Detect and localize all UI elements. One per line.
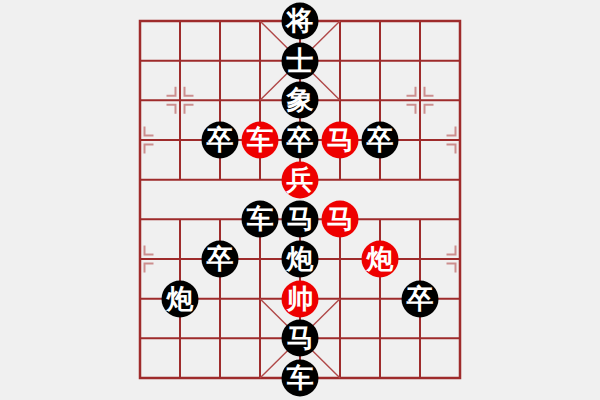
piece-black-general[interactable]: 将 (282, 3, 319, 40)
piece-black-chariot[interactable]: 车 (282, 360, 319, 397)
pieces-layer: 将士象卒车卒马卒兵车马马卒炮炮炮帅卒马车 (0, 0, 600, 400)
piece-black-advisor[interactable]: 士 (282, 42, 319, 79)
piece-black-cannon[interactable]: 炮 (282, 241, 319, 278)
piece-black-chariot[interactable]: 车 (242, 201, 279, 238)
piece-black-horse[interactable]: 马 (282, 320, 319, 357)
piece-red-horse[interactable]: 马 (322, 201, 359, 238)
xiangqi-screenshot: 将士象卒车卒马卒兵车马马卒炮炮炮帅卒马车 (0, 0, 600, 400)
piece-black-cannon[interactable]: 炮 (162, 280, 199, 317)
piece-red-horse[interactable]: 马 (322, 122, 359, 159)
piece-red-general[interactable]: 帅 (282, 280, 319, 317)
piece-black-soldier[interactable]: 卒 (362, 122, 399, 159)
piece-black-soldier[interactable]: 卒 (202, 122, 239, 159)
piece-black-horse[interactable]: 马 (282, 201, 319, 238)
piece-black-soldier[interactable]: 卒 (202, 241, 239, 278)
piece-red-soldier[interactable]: 兵 (282, 161, 319, 198)
piece-black-elephant[interactable]: 象 (282, 82, 319, 119)
piece-black-soldier[interactable]: 卒 (402, 280, 439, 317)
piece-black-soldier[interactable]: 卒 (282, 122, 319, 159)
piece-red-cannon[interactable]: 炮 (362, 241, 399, 278)
piece-red-chariot[interactable]: 车 (242, 122, 279, 159)
